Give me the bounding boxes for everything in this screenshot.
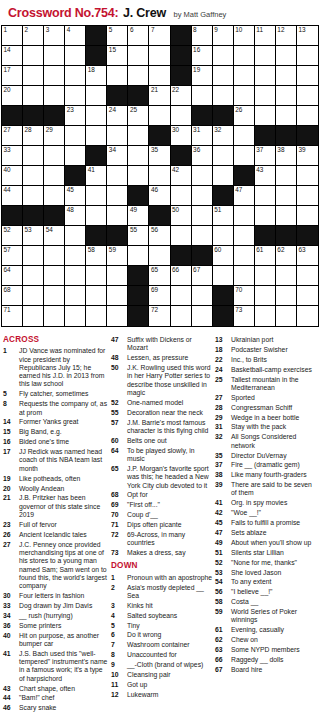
across-clue: 73Makes a dress, say xyxy=(111,549,214,557)
grid-cell[interactable]: 45 xyxy=(65,186,86,206)
grid-cell[interactable] xyxy=(234,86,255,106)
grid-cell[interactable]: 35 xyxy=(149,146,170,166)
down-clue: 13Ukrainian port xyxy=(215,336,318,344)
grid-cell[interactable]: 66 xyxy=(171,266,192,286)
grid-cell[interactable] xyxy=(276,46,297,66)
grid-cell[interactable]: 13 xyxy=(297,26,318,46)
grid-cell[interactable] xyxy=(86,266,107,286)
grid-cell[interactable] xyxy=(65,86,86,106)
grid-cell[interactable]: 29 xyxy=(44,126,65,146)
grid-cell[interactable] xyxy=(234,226,255,246)
grid-cell[interactable] xyxy=(44,46,65,66)
grid-cell[interactable] xyxy=(23,186,44,206)
grid-cell[interactable]: 52 xyxy=(2,226,23,246)
grid-cell[interactable] xyxy=(65,286,86,306)
grid-cell[interactable] xyxy=(65,146,86,166)
grid-cell[interactable] xyxy=(234,126,255,146)
grid-cell[interactable]: 42 xyxy=(171,166,192,186)
grid-cell[interactable]: 16 xyxy=(192,46,213,66)
grid-cell[interactable]: 20 xyxy=(2,86,23,106)
across-clue: 41J.S. Bach used this "well-tempered" in… xyxy=(3,650,108,683)
grid-cell[interactable] xyxy=(23,286,44,306)
grid-cell[interactable] xyxy=(107,306,128,326)
grid-cell[interactable] xyxy=(276,66,297,86)
cell-number: 49 xyxy=(130,206,137,214)
grid-cell[interactable] xyxy=(192,166,213,186)
clue-text: J.C. Penney once provided merchandising … xyxy=(19,541,108,591)
grid-cell[interactable]: 69 xyxy=(149,286,170,306)
across-clue: 69"First off..." xyxy=(111,501,214,509)
grid-cell-black xyxy=(234,166,255,186)
grid-cell[interactable] xyxy=(192,286,213,306)
across-clue: 30Four letters in fashion xyxy=(3,592,108,600)
grid-cell[interactable] xyxy=(255,286,276,306)
clue-number: 69 xyxy=(111,501,127,509)
grid-cell[interactable] xyxy=(234,246,255,266)
grid-cell[interactable] xyxy=(107,286,128,306)
clue-text: J.K. Rowling used this word in her Harry… xyxy=(127,364,214,397)
grid-cell[interactable]: 17 xyxy=(2,66,23,86)
grid-cell[interactable]: 54 xyxy=(44,226,65,246)
grid-cell[interactable]: 7 xyxy=(149,26,170,46)
down-clue: 1Pronoun with an apostrophe xyxy=(111,574,214,582)
grid-cell[interactable]: 3 xyxy=(44,26,65,46)
clue-number: 62 xyxy=(215,636,231,644)
clue-text: Ukrainian port xyxy=(231,336,318,344)
grid-cell[interactable]: 43 xyxy=(255,166,276,186)
clue-number: 32 xyxy=(215,433,231,450)
clue-number: 39 xyxy=(215,481,231,498)
grid-cell[interactable]: 30 xyxy=(171,126,192,146)
grid-cell[interactable] xyxy=(65,226,86,246)
grid-cell[interactable] xyxy=(171,186,192,206)
clue-text: J.P. Morgan's favorite sport was this; h… xyxy=(127,465,214,490)
grid-cell[interactable] xyxy=(86,306,107,326)
grid-cell[interactable]: 4 xyxy=(65,26,86,46)
clue-number: 67 xyxy=(215,666,231,674)
title-series: Crossword No.754: xyxy=(8,6,119,20)
grid-cell[interactable]: 12 xyxy=(276,26,297,46)
clue-text: Dog drawn by Jim Davis xyxy=(19,602,108,610)
cell-number: 23 xyxy=(67,106,74,114)
clue-text: Director DuVernay xyxy=(231,452,318,460)
down-clue: 39There are said to be seven of them xyxy=(215,481,318,498)
across-clue: 15Big Band, e.g. xyxy=(3,428,108,436)
grid-cell[interactable] xyxy=(297,106,318,126)
grid-cell[interactable]: 64 xyxy=(2,266,23,286)
grid-cell[interactable] xyxy=(255,266,276,286)
grid-cell[interactable] xyxy=(276,186,297,206)
grid-cell[interactable]: 22 xyxy=(171,86,192,106)
grid-cell[interactable]: 57 xyxy=(2,246,23,266)
grid-cell[interactable] xyxy=(65,306,86,326)
grid-cell[interactable]: 2 xyxy=(23,26,44,46)
clue-number: 59 xyxy=(215,608,231,625)
clue-number: 33 xyxy=(3,602,19,610)
grid-cell[interactable] xyxy=(192,86,213,106)
grid-cell[interactable]: 70 xyxy=(234,286,255,306)
grid-cell[interactable] xyxy=(23,246,44,266)
cell-number: 33 xyxy=(4,146,11,154)
cell-number: 26 xyxy=(235,106,242,114)
cell-number: 12 xyxy=(277,26,284,34)
grid-cell[interactable] xyxy=(23,146,44,166)
clue-text: All Songs Considered network xyxy=(231,433,318,450)
grid-cell[interactable]: 41 xyxy=(86,166,107,186)
grid-cell[interactable]: 49 xyxy=(128,206,149,226)
grid-cell[interactable]: 68 xyxy=(2,286,23,306)
grid-cell[interactable] xyxy=(213,226,234,246)
grid-cell[interactable]: 48 xyxy=(65,206,86,226)
clue-number: 44 xyxy=(3,694,19,702)
grid-cell[interactable] xyxy=(234,206,255,226)
grid-cell[interactable] xyxy=(44,146,65,166)
grid-cell[interactable] xyxy=(234,66,255,86)
grid-cell[interactable] xyxy=(297,46,318,66)
grid-cell[interactable]: 40 xyxy=(2,166,23,186)
grid-cell[interactable]: 28 xyxy=(23,126,44,146)
clue-number: 57 xyxy=(111,419,127,436)
down-clue: 47Sets ablaze xyxy=(215,529,318,537)
grid-cell[interactable]: 73 xyxy=(234,306,255,326)
clue-text: Hit on purpose, as another bumper car xyxy=(19,632,108,649)
cell-number: 65 xyxy=(151,266,158,274)
grid-cell[interactable]: 10 xyxy=(234,26,255,46)
grid-cell[interactable]: 65 xyxy=(149,266,170,286)
grid-cell[interactable] xyxy=(234,146,255,166)
grid-cell[interactable]: 34 xyxy=(107,146,128,166)
clue-number: 7 xyxy=(111,641,127,649)
grid-cell-black xyxy=(23,106,44,126)
cell-number: 39 xyxy=(298,146,305,154)
grid-cell[interactable] xyxy=(192,206,213,226)
grid-cell[interactable] xyxy=(44,66,65,86)
grid-cell[interactable] xyxy=(171,286,192,306)
grid-cell[interactable]: 36 xyxy=(192,146,213,166)
grid-cell[interactable]: 26 xyxy=(234,106,255,126)
clue-number: 65 xyxy=(111,465,127,490)
grid-cell[interactable]: 46 xyxy=(149,186,170,206)
clue-number: 17 xyxy=(3,448,19,473)
grid-cell[interactable] xyxy=(297,86,318,106)
grid-cell[interactable]: 31 xyxy=(192,126,213,146)
grid-cell[interactable] xyxy=(297,206,318,226)
clue-text: There are said to be seven of them xyxy=(231,481,318,498)
clue-text: Do it wrong xyxy=(127,631,214,639)
grid-cell[interactable]: 6 xyxy=(128,26,149,46)
grid-cell[interactable]: 9 xyxy=(213,26,234,46)
grid-cell[interactable] xyxy=(297,66,318,86)
down-clue: 32All Songs Considered network xyxy=(215,433,318,450)
grid-cell-black xyxy=(23,206,44,226)
clue-number: 10 xyxy=(111,671,127,679)
across-clue: 44"Bam!" chef xyxy=(3,694,108,702)
grid-cell[interactable] xyxy=(234,266,255,286)
clue-text: "First off..." xyxy=(127,501,214,509)
grid-cell[interactable]: 50 xyxy=(171,206,192,226)
grid-cell[interactable] xyxy=(171,306,192,326)
grid-cell[interactable] xyxy=(86,106,107,126)
clue-text: Ancient Icelandic tales xyxy=(19,531,108,539)
grid-cell[interactable] xyxy=(297,266,318,286)
grid-cell[interactable]: 38 xyxy=(276,146,297,166)
grid-cell[interactable] xyxy=(192,306,213,326)
grid-cell[interactable] xyxy=(149,106,170,126)
grid-cell[interactable] xyxy=(276,166,297,186)
grid-cell[interactable] xyxy=(107,186,128,206)
grid-cell[interactable]: 71 xyxy=(2,306,23,326)
grid-cell[interactable] xyxy=(255,46,276,66)
grid-cell[interactable]: 47 xyxy=(234,186,255,206)
grid-cell[interactable] xyxy=(297,306,318,326)
cell-number: 41 xyxy=(88,166,95,174)
cell-number: 7 xyxy=(151,26,155,34)
grid-cell[interactable]: 27 xyxy=(2,126,23,146)
grid-cell[interactable]: 5 xyxy=(107,26,128,46)
grid-cell-black xyxy=(128,266,149,286)
grid-cell[interactable] xyxy=(297,286,318,306)
grid-cell[interactable] xyxy=(107,206,128,226)
cell-number: 27 xyxy=(4,126,11,134)
across-clue: 34__ rush (hurrying) xyxy=(3,612,108,620)
clue-number: 63 xyxy=(215,646,231,654)
grid-cell[interactable] xyxy=(213,166,234,186)
grid-cell[interactable]: 39 xyxy=(297,146,318,166)
grid-cell[interactable]: 24 xyxy=(107,106,128,126)
cell-number: 59 xyxy=(109,246,116,254)
cell-number: 58 xyxy=(88,246,95,254)
grid-cell[interactable] xyxy=(192,186,213,206)
grid-cell[interactable]: 59 xyxy=(107,246,128,266)
grid-cell[interactable] xyxy=(128,126,149,146)
grid-cell[interactable]: 62 xyxy=(276,246,297,266)
grid-cell[interactable]: 32 xyxy=(213,126,234,146)
grid-cell[interactable]: 53 xyxy=(23,226,44,246)
grid-cell[interactable]: 25 xyxy=(128,106,149,126)
grid-cell[interactable]: 44 xyxy=(2,186,23,206)
grid-cell[interactable]: 11 xyxy=(255,26,276,46)
grid-cell[interactable] xyxy=(213,46,234,66)
grid-cell[interactable] xyxy=(86,206,107,226)
grid-cell[interactable]: 14 xyxy=(2,46,23,66)
clue-number: 37 xyxy=(215,461,231,469)
clue-number: 58 xyxy=(215,598,231,606)
grid-cell[interactable] xyxy=(86,186,107,206)
clue-text: Fails to fulfill a promise xyxy=(231,519,318,527)
down-clue: 35Director DuVernay xyxy=(215,452,318,460)
clue-column-2: 47Suffix with Dickens or Mozart48Lessen,… xyxy=(111,336,214,701)
grid-cell-black xyxy=(86,146,107,166)
down-clue: 42"Woe __!" xyxy=(215,509,318,517)
clue-number: 38 xyxy=(215,471,231,479)
clue-text: Costa __ xyxy=(231,598,318,606)
grid-cell[interactable] xyxy=(44,306,65,326)
across-clue: 17JJ Redick was named head coach of this… xyxy=(3,448,108,473)
clue-text: "None for me, thanks" xyxy=(231,559,318,567)
cell-number: 31 xyxy=(193,126,200,134)
clue-number: 49 xyxy=(215,539,231,547)
grid-cell[interactable] xyxy=(23,306,44,326)
down-clue: 63Some NYPD members xyxy=(215,646,318,654)
grid-cell[interactable]: 67 xyxy=(192,266,213,286)
title-byline: by Matt Gaffney xyxy=(174,10,227,19)
down-clue: 24Basketball-camp exercises xyxy=(215,366,318,374)
grid-cell[interactable] xyxy=(107,266,128,286)
cell-number: 34 xyxy=(109,146,116,154)
across-header: ACROSS xyxy=(3,336,108,344)
grid-cell[interactable] xyxy=(44,266,65,286)
grid-cell[interactable] xyxy=(86,126,107,146)
clue-number: 42 xyxy=(215,509,231,517)
grid-cell[interactable] xyxy=(44,86,65,106)
grid-cell[interactable] xyxy=(23,166,44,186)
grid-cell[interactable] xyxy=(213,86,234,106)
grid-cell[interactable] xyxy=(255,66,276,86)
grid-cell[interactable] xyxy=(149,66,170,86)
down-clue: 37Fire __ (dramatic gem) xyxy=(215,461,318,469)
clue-text: Some NYPD members xyxy=(231,646,318,654)
grid-cell-black xyxy=(44,106,65,126)
grid-cell[interactable] xyxy=(255,106,276,126)
grid-cell[interactable] xyxy=(255,86,276,106)
grid-cell[interactable] xyxy=(128,66,149,86)
grid-cell[interactable]: 23 xyxy=(65,106,86,126)
grid-cell[interactable] xyxy=(276,306,297,326)
grid-cell[interactable] xyxy=(276,286,297,306)
grid-cell[interactable]: 51 xyxy=(213,206,234,226)
clue-text: Fire __ (dramatic gem) xyxy=(231,461,318,469)
grid-cell[interactable] xyxy=(213,146,234,166)
clue-number: 52 xyxy=(215,559,231,567)
clue-text: Chew on xyxy=(231,636,318,644)
grid-cell[interactable]: 33 xyxy=(2,146,23,166)
title-name: J. Crew xyxy=(123,6,166,20)
grid-cell-black xyxy=(86,226,107,246)
clue-number: 19 xyxy=(3,475,19,483)
grid-cell[interactable] xyxy=(128,246,149,266)
grid-cell[interactable]: 18 xyxy=(86,66,107,86)
clue-column-1: ACROSS1JD Vance was nominated for vice p… xyxy=(3,336,108,714)
grid-cell[interactable]: 56 xyxy=(149,226,170,246)
grid-cell[interactable] xyxy=(213,266,234,286)
clue-text: Wedge in a beer bottle xyxy=(231,414,318,422)
clue-text: Congressman Schiff xyxy=(231,404,318,412)
grid-cell[interactable]: 72 xyxy=(149,306,170,326)
grid-cell[interactable] xyxy=(107,66,128,86)
cell-number: 2 xyxy=(25,26,29,34)
grid-cell[interactable] xyxy=(149,246,170,266)
clue-text: J.S. Bach used this "well-tempered" inst… xyxy=(19,650,108,683)
grid-cell[interactable] xyxy=(149,166,170,186)
down-clue: 45Fails to fulfill a promise xyxy=(215,519,318,527)
grid-cell[interactable]: 15 xyxy=(107,46,128,66)
grid-cell[interactable] xyxy=(23,46,44,66)
grid-cell[interactable]: 61 xyxy=(255,246,276,266)
grid-cell[interactable] xyxy=(44,166,65,186)
across-clue: 19Like potheads, often xyxy=(3,475,108,483)
grid-cell[interactable] xyxy=(192,226,213,246)
grid-cell[interactable]: 19 xyxy=(192,66,213,86)
down-clue: 29Wedge in a beer bottle xyxy=(215,414,318,422)
grid-cell[interactable] xyxy=(255,186,276,206)
across-clue: 57J.M. Barrie's most famous character is… xyxy=(111,419,214,436)
grid-cell[interactable] xyxy=(276,106,297,126)
cell-number: 71 xyxy=(4,306,11,314)
grid-cell[interactable] xyxy=(213,66,234,86)
grid-cell[interactable] xyxy=(107,166,128,186)
grid-cell[interactable] xyxy=(171,226,192,246)
grid-cell[interactable] xyxy=(276,206,297,226)
grid-cell[interactable] xyxy=(65,66,86,86)
grid-cell[interactable] xyxy=(23,266,44,286)
grid-cell[interactable] xyxy=(44,186,65,206)
clue-number: 20 xyxy=(3,485,19,493)
cell-number: 67 xyxy=(193,266,200,274)
grid-cell[interactable]: 60 xyxy=(213,246,234,266)
cell-number: 6 xyxy=(130,26,134,34)
grid-cell[interactable] xyxy=(128,46,149,66)
cell-number: 50 xyxy=(172,206,179,214)
grid-cell[interactable] xyxy=(297,166,318,186)
grid-cell[interactable] xyxy=(276,86,297,106)
across-clue: 52One-named model xyxy=(111,399,214,407)
clue-text: Belts one out xyxy=(127,437,214,445)
grid-cell[interactable] xyxy=(65,246,86,266)
grid-cell[interactable] xyxy=(128,146,149,166)
grid-cell[interactable] xyxy=(234,46,255,66)
grid-cell[interactable] xyxy=(23,66,44,86)
grid-cell[interactable] xyxy=(255,306,276,326)
grid-cell[interactable] xyxy=(128,166,149,186)
across-clue: 16Bided one's time xyxy=(3,438,108,446)
grid-cell[interactable] xyxy=(86,286,107,306)
clue-number: 24 xyxy=(215,366,231,374)
cell-number: 10 xyxy=(235,26,242,34)
down-clue: 61Evening, casually xyxy=(215,626,318,634)
grid-cell[interactable] xyxy=(171,106,192,126)
clue-number: 72 xyxy=(111,531,127,548)
grid-cell[interactable] xyxy=(276,266,297,286)
grid-cell[interactable] xyxy=(65,266,86,286)
grid-cell[interactable] xyxy=(86,86,107,106)
clue-number: 47 xyxy=(111,336,127,353)
grid-cell[interactable]: 37 xyxy=(255,146,276,166)
grid-cell[interactable]: 55 xyxy=(128,226,149,246)
grid-cell[interactable] xyxy=(44,286,65,306)
grid-cell[interactable]: 8 xyxy=(192,26,213,46)
across-clue: 55Decoration near the neck xyxy=(111,409,214,417)
grid-cell[interactable] xyxy=(149,46,170,66)
grid-cell[interactable] xyxy=(297,186,318,206)
grid-cell[interactable]: 58 xyxy=(86,246,107,266)
grid-cell[interactable] xyxy=(23,86,44,106)
clue-text: J.B. Pritzker has been governor of this … xyxy=(19,494,108,519)
clue-number: 26 xyxy=(3,531,19,539)
grid-cell[interactable] xyxy=(107,126,128,146)
clue-text: Inc., to Brits xyxy=(231,356,318,364)
across-clue: 60Belts one out xyxy=(111,437,214,445)
grid-cell[interactable]: 63 xyxy=(297,246,318,266)
grid-cell[interactable] xyxy=(65,46,86,66)
grid-cell[interactable]: 1 xyxy=(2,26,23,46)
grid-cell[interactable] xyxy=(65,126,86,146)
grid-cell[interactable] xyxy=(255,206,276,226)
grid-cell[interactable] xyxy=(44,246,65,266)
clue-text: __-Cloth (brand of wipes) xyxy=(127,661,214,669)
grid-cell[interactable]: 21 xyxy=(149,86,170,106)
down-clue: 27Sported xyxy=(215,394,318,402)
cell-number: 15 xyxy=(109,46,116,54)
